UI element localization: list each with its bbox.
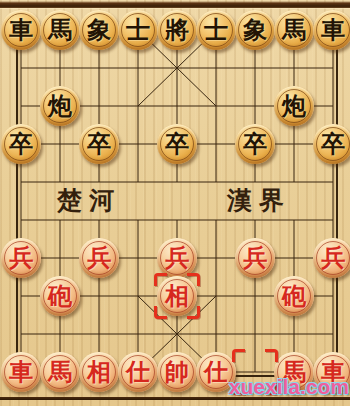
piece-glyph: 馬: [40, 10, 80, 50]
piece-black-advisor-right[interactable]: 士: [196, 10, 236, 50]
piece-glyph: 士: [196, 10, 236, 50]
piece-black-chariot-left[interactable]: 車: [1, 10, 41, 50]
piece-glyph: 兵: [235, 238, 275, 278]
piece-glyph: 卒: [313, 124, 350, 164]
marker-corner-bl: [154, 306, 167, 319]
piece-glyph: 卒: [157, 124, 197, 164]
piece-glyph: 馬: [40, 352, 80, 392]
watermark-text: xuexila.com: [229, 375, 349, 399]
piece-black-soldier-2[interactable]: 卒: [79, 124, 119, 164]
piece-glyph: 兵: [157, 238, 197, 278]
marker-corner-tr: [187, 273, 200, 286]
piece-glyph: 士: [118, 10, 158, 50]
piece-black-soldier-5[interactable]: 卒: [313, 124, 350, 164]
piece-glyph: 帥: [157, 352, 197, 392]
piece-glyph: 車: [1, 10, 41, 50]
move-destination-marker: [154, 273, 200, 319]
piece-red-general[interactable]: 帥: [157, 352, 197, 392]
piece-glyph: 車: [1, 352, 41, 392]
piece-black-cannon-right[interactable]: 炮: [274, 86, 314, 126]
piece-red-soldier-4[interactable]: 兵: [235, 238, 275, 278]
piece-glyph: 兵: [313, 238, 350, 278]
piece-glyph: 炮: [274, 86, 314, 126]
piece-glyph: 兵: [1, 238, 41, 278]
piece-red-soldier-3[interactable]: 兵: [157, 238, 197, 278]
piece-glyph: 卒: [235, 124, 275, 164]
piece-black-elephant-left[interactable]: 象: [79, 10, 119, 50]
piece-red-soldier-1[interactable]: 兵: [1, 238, 41, 278]
piece-black-cannon-left[interactable]: 炮: [40, 86, 80, 126]
marker-corner-tl: [232, 349, 245, 362]
piece-black-soldier-1[interactable]: 卒: [1, 124, 41, 164]
piece-red-elephant-left[interactable]: 相: [79, 352, 119, 392]
piece-black-horse-right[interactable]: 馬: [274, 10, 314, 50]
piece-black-chariot-right[interactable]: 車: [313, 10, 350, 50]
piece-glyph: 相: [79, 352, 119, 392]
piece-red-soldier-2[interactable]: 兵: [79, 238, 119, 278]
piece-black-soldier-4[interactable]: 卒: [235, 124, 275, 164]
piece-glyph: 卒: [1, 124, 41, 164]
board-grid-lines: [0, 0, 350, 406]
piece-glyph: 砲: [40, 276, 80, 316]
piece-red-horse-left[interactable]: 馬: [40, 352, 80, 392]
piece-glyph: 仕: [118, 352, 158, 392]
marker-corner-tr: [265, 349, 278, 362]
piece-glyph: 車: [313, 10, 350, 50]
river-label-han-jie: 漢界: [227, 187, 291, 215]
piece-black-horse-left[interactable]: 馬: [40, 10, 80, 50]
piece-black-advisor-left[interactable]: 士: [118, 10, 158, 50]
piece-black-soldier-3[interactable]: 卒: [157, 124, 197, 164]
piece-glyph: 將: [157, 10, 197, 50]
piece-black-general[interactable]: 將: [157, 10, 197, 50]
piece-red-soldier-5[interactable]: 兵: [313, 238, 350, 278]
piece-glyph: 炮: [40, 86, 80, 126]
river-label-chu-he: 楚河: [57, 187, 121, 215]
piece-glyph: 馬: [274, 10, 314, 50]
xiangqi-board: 楚河 漢界 車馬象士將士象馬車炮炮卒卒卒卒卒兵兵兵兵兵砲相砲車馬相仕帥仕馬車 x…: [0, 0, 350, 406]
piece-red-advisor-left[interactable]: 仕: [118, 352, 158, 392]
piece-glyph: 象: [235, 10, 275, 50]
piece-glyph: 卒: [79, 124, 119, 164]
piece-red-cannon-right[interactable]: 砲: [274, 276, 314, 316]
piece-glyph: 兵: [79, 238, 119, 278]
marker-corner-tl: [154, 273, 167, 286]
piece-red-chariot-left[interactable]: 車: [1, 352, 41, 392]
piece-glyph: 砲: [274, 276, 314, 316]
marker-corner-br: [187, 306, 200, 319]
piece-red-cannon-left[interactable]: 砲: [40, 276, 80, 316]
piece-glyph: 象: [79, 10, 119, 50]
piece-black-elephant-right[interactable]: 象: [235, 10, 275, 50]
